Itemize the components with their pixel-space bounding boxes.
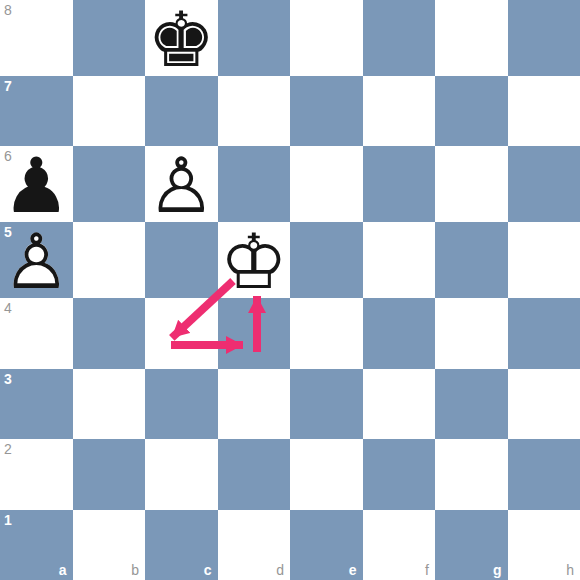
square-d6[interactable] <box>218 146 291 222</box>
square-f4[interactable] <box>363 298 436 368</box>
square-f3[interactable] <box>363 369 436 439</box>
square-g6[interactable] <box>435 146 508 222</box>
square-c1[interactable]: c <box>145 510 218 580</box>
square-h3[interactable] <box>508 369 580 439</box>
rank-label-8: 8 <box>4 3 12 17</box>
square-b3[interactable] <box>73 369 146 439</box>
square-d4[interactable] <box>218 298 291 368</box>
file-label-a: a <box>59 563 67 577</box>
square-a8[interactable]: 8 <box>0 0 73 76</box>
square-f6[interactable] <box>363 146 436 222</box>
square-a1[interactable]: 1a <box>0 510 73 580</box>
square-e1[interactable]: e <box>290 510 363 580</box>
white-king-outline: ♔ <box>220 224 288 300</box>
square-c5[interactable] <box>145 222 218 298</box>
black-king-c8[interactable]: ♚ <box>147 2 215 78</box>
square-c3[interactable] <box>145 369 218 439</box>
square-h2[interactable] <box>508 439 580 509</box>
square-h8[interactable] <box>508 0 580 76</box>
square-g5[interactable] <box>435 222 508 298</box>
black-pawn-glyph: ♟ <box>2 148 70 224</box>
square-d3[interactable] <box>218 369 291 439</box>
white-pawn-a5[interactable]: ♟♙ <box>2 224 70 300</box>
rank-label-3: 3 <box>4 372 12 386</box>
file-label-d: d <box>276 563 284 577</box>
square-a4[interactable]: 4 <box>0 298 73 368</box>
square-d2[interactable] <box>218 439 291 509</box>
rank-label-7: 7 <box>4 79 12 93</box>
chess-board: 8♚76♟♟♙5♟♙♚♔4321abcdefgh <box>0 0 580 580</box>
rank-label-2: 2 <box>4 442 12 456</box>
square-h7[interactable] <box>508 76 580 146</box>
square-f8[interactable] <box>363 0 436 76</box>
square-h6[interactable] <box>508 146 580 222</box>
square-e5[interactable] <box>290 222 363 298</box>
square-f2[interactable] <box>363 439 436 509</box>
square-d8[interactable] <box>218 0 291 76</box>
square-h4[interactable] <box>508 298 580 368</box>
square-c4[interactable] <box>145 298 218 368</box>
square-h5[interactable] <box>508 222 580 298</box>
square-b7[interactable] <box>73 76 146 146</box>
square-c2[interactable] <box>145 439 218 509</box>
square-g3[interactable] <box>435 369 508 439</box>
file-label-g: g <box>493 563 502 577</box>
square-a5[interactable]: 5♟♙ <box>0 222 73 298</box>
square-g2[interactable] <box>435 439 508 509</box>
square-b8[interactable] <box>73 0 146 76</box>
black-pawn-a6[interactable]: ♟ <box>2 148 70 224</box>
square-e8[interactable] <box>290 0 363 76</box>
square-e7[interactable] <box>290 76 363 146</box>
square-d5[interactable]: ♚♔ <box>218 222 291 298</box>
square-g1[interactable]: g <box>435 510 508 580</box>
file-label-b: b <box>131 563 139 577</box>
square-e4[interactable] <box>290 298 363 368</box>
file-label-c: c <box>204 563 212 577</box>
white-pawn-c6[interactable]: ♟♙ <box>147 148 215 224</box>
square-c6[interactable]: ♟♙ <box>145 146 218 222</box>
square-g8[interactable] <box>435 0 508 76</box>
square-a6[interactable]: 6♟ <box>0 146 73 222</box>
square-b4[interactable] <box>73 298 146 368</box>
square-c8[interactable]: ♚ <box>145 0 218 76</box>
square-b6[interactable] <box>73 146 146 222</box>
square-d1[interactable]: d <box>218 510 291 580</box>
square-a3[interactable]: 3 <box>0 369 73 439</box>
square-c7[interactable] <box>145 76 218 146</box>
square-f7[interactable] <box>363 76 436 146</box>
square-a2[interactable]: 2 <box>0 439 73 509</box>
white-pawn-outline: ♙ <box>147 148 215 224</box>
file-label-e: e <box>349 563 357 577</box>
square-f1[interactable]: f <box>363 510 436 580</box>
square-h1[interactable]: h <box>508 510 580 580</box>
square-f5[interactable] <box>363 222 436 298</box>
square-e2[interactable] <box>290 439 363 509</box>
file-label-h: h <box>566 563 574 577</box>
square-a7[interactable]: 7 <box>0 76 73 146</box>
white-pawn-outline: ♙ <box>2 224 70 300</box>
rank-label-1: 1 <box>4 513 12 527</box>
black-king-glyph: ♚ <box>147 2 215 78</box>
square-b1[interactable]: b <box>73 510 146 580</box>
square-g4[interactable] <box>435 298 508 368</box>
square-e3[interactable] <box>290 369 363 439</box>
white-king-d5[interactable]: ♚♔ <box>220 224 288 300</box>
square-d7[interactable] <box>218 76 291 146</box>
square-b2[interactable] <box>73 439 146 509</box>
square-g7[interactable] <box>435 76 508 146</box>
square-e6[interactable] <box>290 146 363 222</box>
file-label-f: f <box>425 563 429 577</box>
square-b5[interactable] <box>73 222 146 298</box>
